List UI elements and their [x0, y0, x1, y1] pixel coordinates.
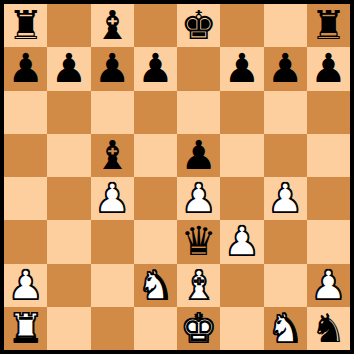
square-h1[interactable]: ♞	[307, 307, 350, 350]
white-knight-d2[interactable]: ♞	[137, 264, 173, 307]
square-b7[interactable]: ♟	[47, 47, 90, 90]
square-c5[interactable]: ♝	[91, 134, 134, 177]
square-b4[interactable]	[47, 177, 90, 220]
square-e8[interactable]: ♚	[177, 4, 220, 47]
square-b2[interactable]	[47, 264, 90, 307]
square-c3[interactable]	[91, 220, 134, 263]
black-pawn-a7[interactable]: ♟	[8, 47, 44, 90]
square-g4[interactable]: ♟	[264, 177, 307, 220]
white-pawn-c4[interactable]: ♟	[94, 177, 130, 220]
square-g3[interactable]	[264, 220, 307, 263]
square-h5[interactable]	[307, 134, 350, 177]
square-a6[interactable]	[4, 91, 47, 134]
white-pawn-a2[interactable]: ♟	[8, 264, 44, 307]
white-pawn-h2[interactable]: ♟	[310, 264, 346, 307]
square-f1[interactable]	[220, 307, 263, 350]
square-e2[interactable]: ♝	[177, 264, 220, 307]
square-f3[interactable]: ♟	[220, 220, 263, 263]
square-d4[interactable]	[134, 177, 177, 220]
square-f4[interactable]	[220, 177, 263, 220]
square-g1[interactable]: ♞	[264, 307, 307, 350]
square-h3[interactable]	[307, 220, 350, 263]
square-e7[interactable]	[177, 47, 220, 90]
black-bishop-c5[interactable]: ♝	[94, 134, 130, 177]
square-f8[interactable]	[220, 4, 263, 47]
square-c4[interactable]: ♟	[91, 177, 134, 220]
square-c8[interactable]: ♝	[91, 4, 134, 47]
black-bishop-c8[interactable]: ♝	[94, 4, 130, 47]
black-rook-h8[interactable]: ♜	[310, 4, 346, 47]
square-b5[interactable]	[47, 134, 90, 177]
black-pawn-b7[interactable]: ♟	[51, 47, 87, 90]
square-e4[interactable]: ♟	[177, 177, 220, 220]
square-a1[interactable]: ♜	[4, 307, 47, 350]
chess-board-frame: ♜♝♚♜♟♟♟♟♟♟♟♝♟♟♟♟♛♟♟♞♝♟♜♚♞♞	[0, 0, 354, 354]
white-rook-a1[interactable]: ♜	[8, 307, 44, 350]
square-a2[interactable]: ♟	[4, 264, 47, 307]
square-d3[interactable]	[134, 220, 177, 263]
square-d5[interactable]	[134, 134, 177, 177]
square-d7[interactable]: ♟	[134, 47, 177, 90]
black-pawn-d7[interactable]: ♟	[137, 47, 173, 90]
black-pawn-f7[interactable]: ♟	[224, 47, 260, 90]
black-rook-a8[interactable]: ♜	[8, 4, 44, 47]
square-a8[interactable]: ♜	[4, 4, 47, 47]
black-knight-h1[interactable]: ♞	[310, 307, 346, 350]
square-h2[interactable]: ♟	[307, 264, 350, 307]
square-a3[interactable]	[4, 220, 47, 263]
square-e3[interactable]: ♛	[177, 220, 220, 263]
square-b8[interactable]	[47, 4, 90, 47]
square-a4[interactable]	[4, 177, 47, 220]
square-e1[interactable]: ♚	[177, 307, 220, 350]
square-c6[interactable]	[91, 91, 134, 134]
white-pawn-g4[interactable]: ♟	[267, 177, 303, 220]
square-d6[interactable]	[134, 91, 177, 134]
square-a5[interactable]	[4, 134, 47, 177]
square-h4[interactable]	[307, 177, 350, 220]
square-g8[interactable]	[264, 4, 307, 47]
square-a7[interactable]: ♟	[4, 47, 47, 90]
square-h7[interactable]: ♟	[307, 47, 350, 90]
black-pawn-c7[interactable]: ♟	[94, 47, 130, 90]
white-pawn-e4[interactable]: ♟	[181, 177, 217, 220]
square-f2[interactable]	[220, 264, 263, 307]
black-queen-e3[interactable]: ♛	[181, 220, 217, 263]
white-bishop-e2[interactable]: ♝	[181, 264, 217, 307]
square-c1[interactable]	[91, 307, 134, 350]
square-h8[interactable]: ♜	[307, 4, 350, 47]
black-king-e8[interactable]: ♚	[181, 4, 217, 47]
black-pawn-e5[interactable]: ♟	[181, 134, 217, 177]
square-d8[interactable]	[134, 4, 177, 47]
square-d2[interactable]: ♞	[134, 264, 177, 307]
square-g6[interactable]	[264, 91, 307, 134]
black-pawn-h7[interactable]: ♟	[310, 47, 346, 90]
square-f6[interactable]	[220, 91, 263, 134]
square-h6[interactable]	[307, 91, 350, 134]
square-b1[interactable]	[47, 307, 90, 350]
square-f7[interactable]: ♟	[220, 47, 263, 90]
square-c7[interactable]: ♟	[91, 47, 134, 90]
square-d1[interactable]	[134, 307, 177, 350]
square-g2[interactable]	[264, 264, 307, 307]
square-b6[interactable]	[47, 91, 90, 134]
black-pawn-g7[interactable]: ♟	[267, 47, 303, 90]
square-g5[interactable]	[264, 134, 307, 177]
square-c2[interactable]	[91, 264, 134, 307]
square-b3[interactable]	[47, 220, 90, 263]
white-knight-g1[interactable]: ♞	[267, 307, 303, 350]
white-pawn-f3[interactable]: ♟	[224, 220, 260, 263]
square-f5[interactable]	[220, 134, 263, 177]
white-king-e1[interactable]: ♚	[181, 307, 217, 350]
square-e6[interactable]	[177, 91, 220, 134]
chess-board: ♜♝♚♜♟♟♟♟♟♟♟♝♟♟♟♟♛♟♟♞♝♟♜♚♞♞	[4, 4, 350, 350]
square-g7[interactable]: ♟	[264, 47, 307, 90]
square-e5[interactable]: ♟	[177, 134, 220, 177]
